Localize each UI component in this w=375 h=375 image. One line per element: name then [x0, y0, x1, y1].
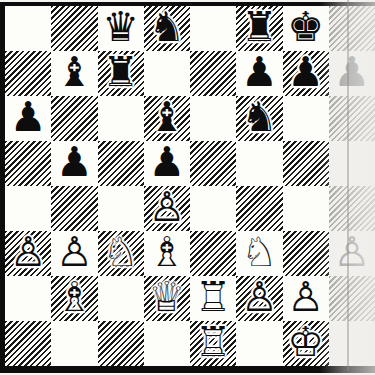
square-g1[interactable]: ♔	[283, 321, 329, 366]
square-g7[interactable]: ♟	[283, 51, 329, 96]
piece-black-pawn-a6[interactable]: ♟	[10, 97, 47, 138]
piece-black-king-g8[interactable]: ♚	[287, 7, 324, 48]
square-f1[interactable]	[236, 321, 282, 366]
square-b7[interactable]: ♝	[51, 51, 97, 96]
square-g8[interactable]: ♚	[283, 6, 329, 51]
square-h5[interactable]	[329, 141, 375, 186]
square-h6[interactable]	[329, 96, 375, 141]
square-c3[interactable]: ♘	[98, 231, 144, 276]
square-g6[interactable]	[283, 96, 329, 141]
square-a2[interactable]	[5, 276, 51, 321]
square-e3[interactable]	[190, 231, 236, 276]
square-h4[interactable]	[329, 186, 375, 231]
square-e2[interactable]: ♖	[190, 276, 236, 321]
square-h8[interactable]	[329, 6, 375, 51]
piece-black-pawn-f7[interactable]: ♟	[241, 52, 278, 93]
piece-white-rook-e2[interactable]: ♖	[195, 277, 232, 318]
square-e6[interactable]	[190, 96, 236, 141]
square-a4[interactable]	[5, 186, 51, 231]
square-f6[interactable]: ♞	[236, 96, 282, 141]
square-e7[interactable]	[190, 51, 236, 96]
square-h7[interactable]: ♟	[329, 51, 375, 96]
piece-black-pawn-b5[interactable]: ♟	[56, 142, 93, 183]
square-a5[interactable]	[5, 141, 51, 186]
square-d5[interactable]: ♟	[144, 141, 190, 186]
square-g3[interactable]	[283, 231, 329, 276]
piece-black-knight-d8[interactable]: ♞	[148, 7, 185, 48]
square-b3[interactable]: ♙	[51, 231, 97, 276]
piece-black-pawn-g7[interactable]: ♟	[287, 52, 324, 93]
chess-board: ♛♞♜♚♝♜♟♟♟♟♝♞♟♟♙♙♙♘♗♘♙♗♕♖♙♙♖♔	[0, 2, 375, 373]
square-e4[interactable]	[190, 186, 236, 231]
piece-white-king-g1[interactable]: ♔	[287, 322, 324, 363]
square-c8[interactable]: ♛	[98, 6, 144, 51]
piece-black-bishop-b7[interactable]: ♝	[56, 52, 93, 93]
square-b6[interactable]	[51, 96, 97, 141]
square-d4[interactable]: ♙	[144, 186, 190, 231]
square-c1[interactable]	[98, 321, 144, 366]
square-c4[interactable]	[98, 186, 144, 231]
piece-white-rook-e1[interactable]: ♖	[195, 322, 232, 363]
square-f4[interactable]	[236, 186, 282, 231]
square-g2[interactable]: ♙	[283, 276, 329, 321]
piece-white-pawn-h3[interactable]: ♙	[333, 232, 370, 273]
square-h1[interactable]	[329, 321, 375, 366]
square-b5[interactable]: ♟	[51, 141, 97, 186]
square-c5[interactable]	[98, 141, 144, 186]
square-c2[interactable]	[98, 276, 144, 321]
square-f2[interactable]: ♙	[236, 276, 282, 321]
square-a3[interactable]: ♙	[5, 231, 51, 276]
square-d1[interactable]	[144, 321, 190, 366]
piece-white-bishop-d3[interactable]: ♗	[148, 232, 185, 273]
piece-white-queen-d2[interactable]: ♕	[148, 277, 185, 318]
piece-white-pawn-b3[interactable]: ♙	[56, 232, 93, 273]
piece-black-rook-f8[interactable]: ♜	[241, 7, 278, 48]
square-a1[interactable]	[5, 321, 51, 366]
square-b4[interactable]	[51, 186, 97, 231]
square-a8[interactable]	[5, 6, 51, 51]
square-e1[interactable]: ♖	[190, 321, 236, 366]
piece-white-pawn-d4[interactable]: ♙	[148, 187, 185, 228]
square-h2[interactable]	[329, 276, 375, 321]
piece-black-rook-c7[interactable]: ♜	[102, 52, 139, 93]
square-f8[interactable]: ♜	[236, 6, 282, 51]
square-a7[interactable]	[5, 51, 51, 96]
square-f5[interactable]	[236, 141, 282, 186]
scanned-diagram-page: ♛♞♜♚♝♜♟♟♟♟♝♞♟♟♙♙♙♘♗♘♙♗♕♖♙♙♖♔	[0, 0, 375, 375]
square-d8[interactable]: ♞	[144, 6, 190, 51]
square-d3[interactable]: ♗	[144, 231, 190, 276]
square-e5[interactable]	[190, 141, 236, 186]
square-g5[interactable]	[283, 141, 329, 186]
square-b2[interactable]: ♗	[51, 276, 97, 321]
square-a6[interactable]: ♟	[5, 96, 51, 141]
piece-black-pawn-d5[interactable]: ♟	[148, 142, 185, 183]
square-b8[interactable]	[51, 6, 97, 51]
piece-white-pawn-g2[interactable]: ♙	[287, 277, 324, 318]
piece-white-pawn-a3[interactable]: ♙	[10, 232, 47, 273]
square-d6[interactable]: ♝	[144, 96, 190, 141]
piece-white-knight-f3[interactable]: ♘	[241, 232, 278, 273]
square-e8[interactable]	[190, 6, 236, 51]
square-c7[interactable]: ♜	[98, 51, 144, 96]
piece-black-queen-c8[interactable]: ♛	[102, 7, 139, 48]
square-f7[interactable]: ♟	[236, 51, 282, 96]
square-b1[interactable]	[51, 321, 97, 366]
square-c6[interactable]	[98, 96, 144, 141]
piece-white-bishop-b2[interactable]: ♗	[56, 277, 93, 318]
square-d2[interactable]: ♕	[144, 276, 190, 321]
square-f3[interactable]: ♘	[236, 231, 282, 276]
square-g4[interactable]	[283, 186, 329, 231]
square-h3[interactable]: ♙	[329, 231, 375, 276]
piece-white-pawn-f2[interactable]: ♙	[241, 277, 278, 318]
piece-white-knight-c3[interactable]: ♘	[102, 232, 139, 273]
piece-black-knight-f6[interactable]: ♞	[241, 97, 278, 138]
piece-black-pawn-h7[interactable]: ♟	[333, 52, 370, 93]
piece-black-bishop-d6[interactable]: ♝	[148, 97, 185, 138]
square-d7[interactable]	[144, 51, 190, 96]
